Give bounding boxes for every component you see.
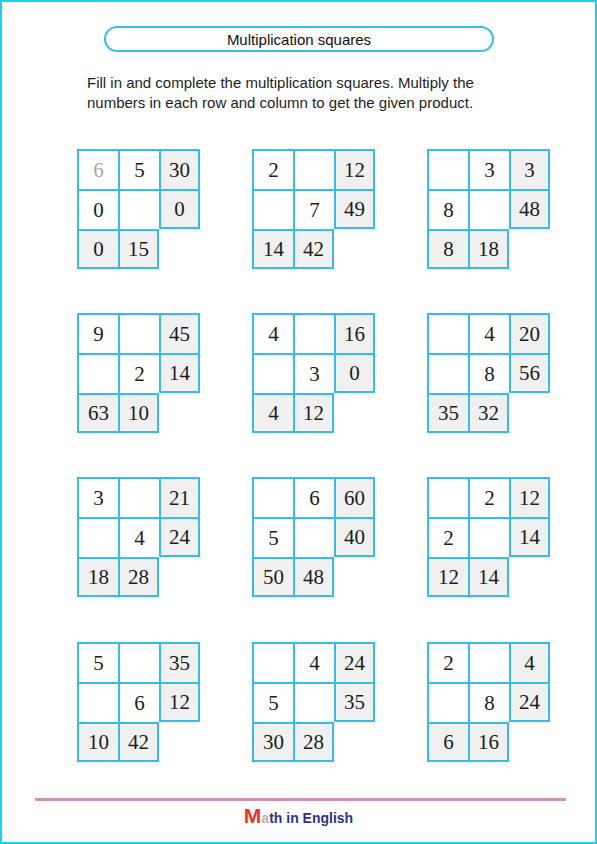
multiplication-square-5: 41630412 xyxy=(252,313,375,433)
column-product-cell: 63 xyxy=(77,393,118,433)
row-product-cell: 16 xyxy=(334,313,375,353)
missing-corner-cell xyxy=(334,722,375,762)
factor-cell: 0 xyxy=(77,189,118,229)
answer-cell-empty[interactable] xyxy=(118,642,159,682)
factor-cell: 6 xyxy=(293,477,334,517)
column-product-cell: 14 xyxy=(252,229,293,269)
answer-cell-empty[interactable] xyxy=(252,477,293,517)
instructions-line-2: numbers in each row and column to get th… xyxy=(87,93,527,113)
column-product-cell: 12 xyxy=(427,557,468,597)
factor-cell: 7 xyxy=(293,189,334,229)
factor-cell: 2 xyxy=(427,642,468,682)
answer-cell-empty[interactable] xyxy=(468,189,509,229)
multiplication-square-3: 33848818 xyxy=(427,149,550,269)
missing-corner-cell xyxy=(334,229,375,269)
footer-divider-line xyxy=(35,798,566,801)
answer-cell-empty[interactable] xyxy=(118,189,159,229)
column-product-cell: 35 xyxy=(427,393,468,433)
column-product-cell: 32 xyxy=(468,393,509,433)
page-title: Multiplication squares xyxy=(227,31,371,48)
multiplication-square-4: 9452146310 xyxy=(77,313,200,433)
answer-cell-empty[interactable] xyxy=(427,149,468,189)
row-product-cell: 48 xyxy=(509,189,550,229)
answer-cell-empty[interactable] xyxy=(252,353,293,393)
answer-cell-empty[interactable] xyxy=(252,642,293,682)
missing-corner-cell xyxy=(509,722,550,762)
row-product-cell: 3 xyxy=(509,149,550,189)
column-product-cell: 28 xyxy=(293,722,334,762)
missing-corner-cell xyxy=(509,393,550,433)
factor-cell: 2 xyxy=(118,353,159,393)
missing-corner-cell xyxy=(159,393,200,433)
row-product-cell: 45 xyxy=(159,313,200,353)
multiplication-square-9: 2122141214 xyxy=(427,477,550,597)
answer-cell-empty[interactable] xyxy=(252,189,293,229)
answer-cell-empty[interactable] xyxy=(427,353,468,393)
missing-corner-cell xyxy=(334,557,375,597)
column-product-cell: 28 xyxy=(118,557,159,597)
factor-cell: 5 xyxy=(77,642,118,682)
answer-cell-empty[interactable] xyxy=(293,517,334,557)
row-product-cell: 24 xyxy=(334,642,375,682)
title-box: Multiplication squares xyxy=(104,26,494,52)
factor-cell: 5 xyxy=(118,149,159,189)
footer-logo-m: M xyxy=(244,804,262,827)
factor-cell: 3 xyxy=(468,149,509,189)
row-product-cell: 49 xyxy=(334,189,375,229)
answer-cell-empty[interactable] xyxy=(118,313,159,353)
factor-cell: 6 xyxy=(77,149,118,189)
multiplication-square-12: 24824616 xyxy=(427,642,550,762)
column-product-cell: 48 xyxy=(293,557,334,597)
row-product-cell: 12 xyxy=(334,149,375,189)
column-product-cell: 42 xyxy=(293,229,334,269)
factor-cell: 8 xyxy=(468,682,509,722)
factor-cell: 4 xyxy=(252,313,293,353)
factor-cell: 4 xyxy=(468,313,509,353)
missing-corner-cell xyxy=(159,229,200,269)
answer-cell-empty[interactable] xyxy=(118,477,159,517)
column-product-cell: 0 xyxy=(77,229,118,269)
multiplication-square-11: 4245353028 xyxy=(252,642,375,762)
row-product-cell: 35 xyxy=(334,682,375,722)
column-product-cell: 10 xyxy=(118,393,159,433)
row-product-cell: 56 xyxy=(509,353,550,393)
missing-corner-cell xyxy=(509,557,550,597)
factor-cell: 8 xyxy=(468,353,509,393)
multiplication-square-10: 5356121042 xyxy=(77,642,200,762)
factor-cell: 5 xyxy=(252,517,293,557)
answer-cell-empty[interactable] xyxy=(77,517,118,557)
row-product-cell: 12 xyxy=(509,477,550,517)
row-product-cell: 0 xyxy=(334,353,375,393)
column-product-cell: 8 xyxy=(427,229,468,269)
footer-logo-a: a xyxy=(261,810,269,826)
factor-cell: 5 xyxy=(252,682,293,722)
instructions-line-1: Fill in and complete the multiplication … xyxy=(87,73,527,93)
factor-cell: 9 xyxy=(77,313,118,353)
answer-cell-empty[interactable] xyxy=(468,517,509,557)
footer-logo-rest: th in English xyxy=(269,810,353,826)
multiplication-square-1: 653000015 xyxy=(77,149,200,269)
answer-cell-empty[interactable] xyxy=(77,353,118,393)
answer-cell-empty[interactable] xyxy=(427,477,468,517)
column-product-cell: 50 xyxy=(252,557,293,597)
row-product-cell: 12 xyxy=(159,682,200,722)
row-product-cell: 0 xyxy=(159,189,200,229)
missing-corner-cell xyxy=(334,393,375,433)
row-product-cell: 14 xyxy=(159,353,200,393)
column-product-cell: 18 xyxy=(468,229,509,269)
row-product-cell: 40 xyxy=(334,517,375,557)
factor-cell: 4 xyxy=(118,517,159,557)
answer-cell-empty[interactable] xyxy=(293,682,334,722)
answer-cell-empty[interactable] xyxy=(293,313,334,353)
row-product-cell: 24 xyxy=(509,682,550,722)
answer-cell-empty[interactable] xyxy=(293,149,334,189)
column-product-cell: 14 xyxy=(468,557,509,597)
worksheet-page: Multiplication squares Fill in and compl… xyxy=(0,0,597,844)
factor-cell: 2 xyxy=(468,477,509,517)
multiplication-square-2: 2127491442 xyxy=(252,149,375,269)
factor-cell: 3 xyxy=(77,477,118,517)
answer-cell-empty[interactable] xyxy=(77,682,118,722)
row-product-cell: 30 xyxy=(159,149,200,189)
answer-cell-empty[interactable] xyxy=(427,682,468,722)
row-product-cell: 4 xyxy=(509,642,550,682)
column-product-cell: 12 xyxy=(293,393,334,433)
missing-corner-cell xyxy=(159,557,200,597)
multiplication-square-7: 3214241828 xyxy=(77,477,200,597)
column-product-cell: 6 xyxy=(427,722,468,762)
factor-cell: 2 xyxy=(252,149,293,189)
factor-cell: 3 xyxy=(293,353,334,393)
row-product-cell: 20 xyxy=(509,313,550,353)
factor-cell: 2 xyxy=(427,517,468,557)
row-product-cell: 14 xyxy=(509,517,550,557)
factor-cell: 6 xyxy=(118,682,159,722)
multiplication-square-6: 4208563532 xyxy=(427,313,550,433)
footer-logo: Math in English xyxy=(2,804,595,830)
answer-cell-empty[interactable] xyxy=(468,642,509,682)
instructions: Fill in and complete the multiplication … xyxy=(87,73,527,112)
row-product-cell: 60 xyxy=(334,477,375,517)
multiplication-square-8: 6605405048 xyxy=(252,477,375,597)
column-product-cell: 10 xyxy=(77,722,118,762)
column-product-cell: 30 xyxy=(252,722,293,762)
missing-corner-cell xyxy=(509,229,550,269)
answer-cell-empty[interactable] xyxy=(427,313,468,353)
missing-corner-cell xyxy=(159,722,200,762)
row-product-cell: 24 xyxy=(159,517,200,557)
column-product-cell: 18 xyxy=(77,557,118,597)
column-product-cell: 42 xyxy=(118,722,159,762)
column-product-cell: 15 xyxy=(118,229,159,269)
column-product-cell: 16 xyxy=(468,722,509,762)
factor-cell: 4 xyxy=(293,642,334,682)
row-product-cell: 21 xyxy=(159,477,200,517)
row-product-cell: 35 xyxy=(159,642,200,682)
factor-cell: 8 xyxy=(427,189,468,229)
column-product-cell: 4 xyxy=(252,393,293,433)
